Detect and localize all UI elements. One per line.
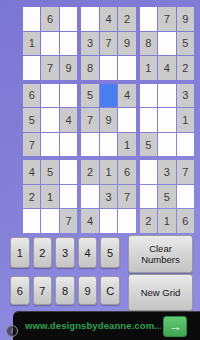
sudoku-cell-r6c9[interactable] xyxy=(177,133,194,157)
sudoku-cell-r3c3[interactable]: 9 xyxy=(60,56,77,80)
sudoku-cell-r4c9[interactable]: 3 xyxy=(177,84,194,108)
sudoku-cell-r1c9[interactable]: 9 xyxy=(177,7,194,31)
right-arrow-icon: → xyxy=(169,319,182,334)
keypad-row-2: 6 7 8 9 C xyxy=(10,276,120,305)
sudoku-cell-r8c4[interactable] xyxy=(81,185,98,209)
sudoku-cell-r4c8[interactable] xyxy=(158,84,175,108)
sudoku-cell-r3c5[interactable] xyxy=(100,56,117,80)
sudoku-cell-r1c6[interactable]: 2 xyxy=(118,7,135,31)
sudoku-cell-r9c4[interactable]: 4 xyxy=(81,209,98,233)
sudoku-cell-r1c5[interactable]: 4 xyxy=(100,7,117,31)
sudoku-cell-r9c9[interactable]: 6 xyxy=(177,209,194,233)
sudoku-cell-r2c9[interactable]: 5 xyxy=(177,32,194,56)
sudoku-cell-r8c3[interactable] xyxy=(60,185,77,209)
sudoku-cell-r1c1[interactable] xyxy=(23,7,40,31)
sudoku-cell-r1c8[interactable]: 7 xyxy=(158,7,175,31)
sudoku-app: 6427913798579814265435479171545216372137… xyxy=(0,0,200,340)
sudoku-cell-r9c8[interactable]: 1 xyxy=(158,209,175,233)
sudoku-cell-r4c7[interactable] xyxy=(140,84,157,108)
keypad-button-clear-cell[interactable]: C xyxy=(100,276,120,305)
sudoku-cell-r2c7[interactable]: 8 xyxy=(140,32,157,56)
sudoku-cell-r5c2[interactable] xyxy=(41,108,58,132)
keypad-button-8[interactable]: 8 xyxy=(55,276,75,305)
sudoku-cell-r6c1[interactable]: 7 xyxy=(23,133,40,157)
sudoku-cell-r3c1[interactable] xyxy=(23,56,40,80)
sudoku-cell-r7c9[interactable]: 7 xyxy=(177,160,194,184)
sudoku-cell-r4c1[interactable]: 6 xyxy=(23,84,40,108)
sudoku-cell-r4c5[interactable] xyxy=(100,84,117,108)
ad-info-icon[interactable]: i xyxy=(6,325,18,337)
sudoku-cell-r2c2[interactable] xyxy=(41,32,58,56)
sudoku-cell-r8c5[interactable]: 3 xyxy=(100,185,117,209)
sudoku-cell-r5c3[interactable]: 4 xyxy=(60,108,77,132)
sudoku-cell-r3c2[interactable]: 7 xyxy=(41,56,58,80)
sudoku-cell-r6c7[interactable]: 5 xyxy=(140,133,157,157)
sudoku-cell-r5c1[interactable]: 5 xyxy=(23,108,40,132)
ad-banner[interactable]: www.designsbydeanne.com... → xyxy=(13,311,200,340)
sudoku-cell-r4c2[interactable] xyxy=(41,84,58,108)
sudoku-cell-r3c8[interactable]: 4 xyxy=(158,56,175,80)
sudoku-cell-r9c2[interactable] xyxy=(41,209,58,233)
sudoku-cell-r6c4[interactable] xyxy=(81,133,98,157)
sudoku-cell-r8c6[interactable]: 7 xyxy=(118,185,135,209)
sudoku-cell-r6c6[interactable]: 1 xyxy=(118,133,135,157)
sudoku-cell-r4c3[interactable] xyxy=(60,84,77,108)
sudoku-cell-r1c4[interactable] xyxy=(81,7,98,31)
sudoku-cell-r8c2[interactable]: 1 xyxy=(41,185,58,209)
keypad-button-2[interactable]: 2 xyxy=(33,237,53,268)
new-grid-button[interactable]: New Grid xyxy=(128,274,193,311)
sudoku-cell-r2c8[interactable] xyxy=(158,32,175,56)
sudoku-cell-r5c6[interactable] xyxy=(118,108,135,132)
keypad-button-4[interactable]: 4 xyxy=(78,237,98,268)
keypad-button-5[interactable]: 5 xyxy=(100,237,120,268)
sudoku-cell-r7c3[interactable] xyxy=(60,160,77,184)
sudoku-cell-r3c9[interactable]: 2 xyxy=(177,56,194,80)
sudoku-cell-r7c7[interactable] xyxy=(140,160,157,184)
sudoku-cell-r1c7[interactable] xyxy=(140,7,157,31)
sudoku-cell-r3c6[interactable] xyxy=(118,56,135,80)
sudoku-cell-r8c9[interactable] xyxy=(177,185,194,209)
clear-numbers-button[interactable]: Clear Numbers xyxy=(128,235,193,273)
sudoku-cell-r1c2[interactable]: 6 xyxy=(41,7,58,31)
sudoku-cell-r3c7[interactable]: 1 xyxy=(140,56,157,80)
ad-url-text[interactable]: www.designsbydeanne.com... xyxy=(25,311,161,340)
sudoku-cell-r7c5[interactable]: 1 xyxy=(100,160,117,184)
sudoku-cell-r6c2[interactable] xyxy=(41,133,58,157)
sudoku-cell-r7c8[interactable]: 3 xyxy=(158,160,175,184)
sudoku-cell-r5c7[interactable] xyxy=(140,108,157,132)
sudoku-cell-r7c1[interactable]: 4 xyxy=(23,160,40,184)
sudoku-cell-r5c4[interactable]: 7 xyxy=(81,108,98,132)
sudoku-board: 6427913798579814265435479171545216372137… xyxy=(23,7,194,233)
sudoku-cell-r6c8[interactable] xyxy=(158,133,175,157)
sudoku-cell-r7c4[interactable]: 2 xyxy=(81,160,98,184)
keypad-button-7[interactable]: 7 xyxy=(33,276,53,305)
sudoku-cell-r9c5[interactable] xyxy=(100,209,117,233)
sudoku-cell-r4c6[interactable]: 4 xyxy=(118,84,135,108)
sudoku-cell-r9c3[interactable]: 7 xyxy=(60,209,77,233)
keypad-button-6[interactable]: 6 xyxy=(10,276,30,305)
ad-arrow-button[interactable]: → xyxy=(163,316,187,337)
keypad-row-1: 1 2 3 4 5 xyxy=(10,237,120,268)
sudoku-cell-r5c8[interactable] xyxy=(158,108,175,132)
keypad-button-1[interactable]: 1 xyxy=(10,237,30,268)
sudoku-cell-r8c8[interactable]: 5 xyxy=(158,185,175,209)
sudoku-cell-r2c5[interactable]: 7 xyxy=(100,32,117,56)
sudoku-cell-r9c1[interactable] xyxy=(23,209,40,233)
sudoku-cell-r2c3[interactable] xyxy=(60,32,77,56)
sudoku-cell-r7c2[interactable]: 5 xyxy=(41,160,58,184)
sudoku-cell-r8c1[interactable]: 2 xyxy=(23,185,40,209)
sudoku-cell-r2c4[interactable]: 3 xyxy=(81,32,98,56)
sudoku-cell-r8c7[interactable] xyxy=(140,185,157,209)
sudoku-cell-r3c4[interactable]: 8 xyxy=(81,56,98,80)
sudoku-cell-r4c4[interactable]: 5 xyxy=(81,84,98,108)
sudoku-cell-r7c6[interactable]: 6 xyxy=(118,160,135,184)
sudoku-cell-r6c3[interactable] xyxy=(60,133,77,157)
sudoku-cell-r5c5[interactable]: 9 xyxy=(100,108,117,132)
keypad-button-9[interactable]: 9 xyxy=(78,276,98,305)
sudoku-cell-r9c6[interactable] xyxy=(118,209,135,233)
sudoku-cell-r9c7[interactable]: 2 xyxy=(140,209,157,233)
sudoku-cell-r5c9[interactable]: 1 xyxy=(177,108,194,132)
sudoku-cell-r2c1[interactable]: 1 xyxy=(23,32,40,56)
sudoku-cell-r1c3[interactable] xyxy=(60,7,77,31)
keypad-button-3[interactable]: 3 xyxy=(55,237,75,268)
sudoku-cell-r2c6[interactable]: 9 xyxy=(118,32,135,56)
sudoku-cell-r6c5[interactable] xyxy=(100,133,117,157)
